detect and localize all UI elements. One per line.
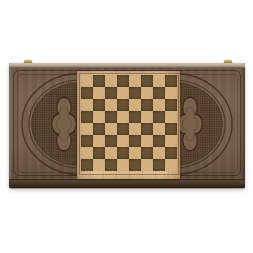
square-h1[interactable]: [165, 159, 177, 171]
carved-ornament-left: [9, 68, 79, 180]
square-g8[interactable]: [153, 75, 165, 87]
square-d7[interactable]: [117, 87, 129, 99]
square-b4[interactable]: [93, 123, 105, 135]
square-c2[interactable]: [105, 147, 117, 159]
square-b7[interactable]: [93, 87, 105, 99]
square-a6[interactable]: [81, 99, 93, 111]
square-b6[interactable]: [93, 99, 105, 111]
chessboard-panel: [77, 71, 180, 179]
square-b1[interactable]: [93, 159, 105, 171]
square-f3[interactable]: [141, 135, 153, 147]
square-g3[interactable]: [153, 135, 165, 147]
square-h5[interactable]: [165, 111, 177, 123]
case-lid: [9, 63, 245, 188]
square-a8[interactable]: [81, 75, 93, 87]
square-g1[interactable]: [153, 159, 165, 171]
square-g4[interactable]: [153, 123, 165, 135]
square-h7[interactable]: [165, 87, 177, 99]
square-b3[interactable]: [93, 135, 105, 147]
square-d5[interactable]: [117, 111, 129, 123]
carved-ornament-right: [175, 68, 245, 180]
bottom-rail: [9, 179, 245, 188]
square-f2[interactable]: [141, 147, 153, 159]
square-d8[interactable]: [117, 75, 129, 87]
square-a7[interactable]: [81, 87, 93, 99]
square-h4[interactable]: [165, 123, 177, 135]
square-d2[interactable]: [117, 147, 129, 159]
square-h2[interactable]: [165, 147, 177, 159]
square-e2[interactable]: [129, 147, 141, 159]
square-e5[interactable]: [129, 111, 141, 123]
square-h8[interactable]: [165, 75, 177, 87]
square-d1[interactable]: [117, 159, 129, 171]
square-g5[interactable]: [153, 111, 165, 123]
square-f7[interactable]: [141, 87, 153, 99]
square-f6[interactable]: [141, 99, 153, 111]
square-f5[interactable]: [141, 111, 153, 123]
square-g7[interactable]: [153, 87, 165, 99]
square-a2[interactable]: [81, 147, 93, 159]
square-c4[interactable]: [105, 123, 117, 135]
square-e8[interactable]: [129, 75, 141, 87]
chessboard: [81, 75, 177, 171]
square-a1[interactable]: [81, 159, 93, 171]
square-d3[interactable]: [117, 135, 129, 147]
square-c8[interactable]: [105, 75, 117, 87]
square-e1[interactable]: [129, 159, 141, 171]
square-e7[interactable]: [129, 87, 141, 99]
square-e3[interactable]: [129, 135, 141, 147]
product-photo: [0, 0, 253, 253]
square-a5[interactable]: [81, 111, 93, 123]
backgammon-case: [9, 60, 245, 188]
square-c1[interactable]: [105, 159, 117, 171]
square-d6[interactable]: [117, 99, 129, 111]
square-e4[interactable]: [129, 123, 141, 135]
square-d4[interactable]: [117, 123, 129, 135]
square-f1[interactable]: [141, 159, 153, 171]
square-g2[interactable]: [153, 147, 165, 159]
square-c3[interactable]: [105, 135, 117, 147]
square-c7[interactable]: [105, 87, 117, 99]
square-b5[interactable]: [93, 111, 105, 123]
square-f4[interactable]: [141, 123, 153, 135]
square-b2[interactable]: [93, 147, 105, 159]
square-a3[interactable]: [81, 135, 93, 147]
square-c5[interactable]: [105, 111, 117, 123]
square-g6[interactable]: [153, 99, 165, 111]
square-e6[interactable]: [129, 99, 141, 111]
square-a4[interactable]: [81, 123, 93, 135]
square-b8[interactable]: [93, 75, 105, 87]
square-h6[interactable]: [165, 99, 177, 111]
square-f8[interactable]: [141, 75, 153, 87]
square-h3[interactable]: [165, 135, 177, 147]
square-c6[interactable]: [105, 99, 117, 111]
